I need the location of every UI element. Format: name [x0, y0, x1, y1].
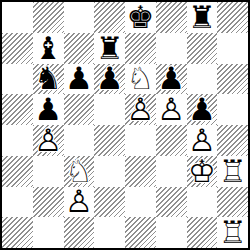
square-g8[interactable]: ♜ — [187, 2, 218, 33]
square-e4[interactable] — [125, 125, 156, 156]
square-a6[interactable] — [2, 64, 33, 95]
chess-diagram: ♚♜♝♜♞♟♟♞♘♟♟♟♙♟♙♟♟♙♟♙♞♘♚♔♜♖♟♙♜♖ — [0, 0, 250, 250]
square-h4[interactable] — [217, 125, 248, 156]
piece-white-pawn-e5: ♙ — [125, 94, 156, 125]
square-e3[interactable] — [125, 156, 156, 187]
square-g7[interactable] — [187, 33, 218, 64]
square-c4[interactable] — [64, 125, 95, 156]
piece-black-pawn-c6: ♟ — [64, 64, 95, 95]
square-a7[interactable] — [2, 33, 33, 64]
square-h7[interactable] — [217, 33, 248, 64]
square-d6[interactable]: ♟ — [94, 64, 125, 95]
square-d5[interactable] — [94, 94, 125, 125]
square-g5[interactable]: ♟ — [187, 94, 218, 125]
square-c3[interactable]: ♞♘ — [64, 156, 95, 187]
square-g3[interactable]: ♚♔ — [187, 156, 218, 187]
square-h5[interactable] — [217, 94, 248, 125]
square-d7[interactable]: ♜ — [94, 33, 125, 64]
piece-white-pawn-c2: ♙ — [64, 187, 95, 218]
square-b6[interactable]: ♞ — [33, 64, 64, 95]
square-a5[interactable] — [2, 94, 33, 125]
piece-black-knight-b6: ♞ — [33, 64, 64, 95]
chess-board: ♚♜♝♜♞♟♟♞♘♟♟♟♙♟♙♟♟♙♟♙♞♘♚♔♜♖♟♙♜♖ — [2, 2, 248, 248]
piece-white-pawn-g4: ♙ — [187, 125, 218, 156]
square-b3[interactable] — [33, 156, 64, 187]
square-f4[interactable] — [156, 125, 187, 156]
piece-white-rook-h1: ♖ — [217, 217, 248, 248]
piece-black-rook-d7: ♜ — [94, 33, 125, 64]
square-a4[interactable] — [2, 125, 33, 156]
square-c2[interactable]: ♟♙ — [64, 187, 95, 218]
piece-white-knight-c3: ♘ — [64, 156, 95, 187]
piece-white-knight-e6: ♘ — [125, 64, 156, 95]
square-f7[interactable] — [156, 33, 187, 64]
piece-white-pawn-b4-fill: ♟ — [33, 125, 64, 156]
square-d8[interactable] — [94, 2, 125, 33]
piece-white-king-g3: ♔ — [187, 156, 218, 187]
piece-black-rook-g8: ♜ — [187, 2, 218, 33]
piece-black-king-e8: ♚ — [125, 2, 156, 33]
square-b5[interactable]: ♟ — [33, 94, 64, 125]
square-b1[interactable] — [33, 217, 64, 248]
piece-black-pawn-b5: ♟ — [33, 94, 64, 125]
square-f1[interactable] — [156, 217, 187, 248]
square-f6[interactable]: ♟ — [156, 64, 187, 95]
square-h1[interactable]: ♜♖ — [217, 217, 248, 248]
square-d4[interactable] — [94, 125, 125, 156]
square-h8[interactable] — [217, 2, 248, 33]
square-g6[interactable] — [187, 64, 218, 95]
piece-black-pawn-g5: ♟ — [187, 94, 218, 125]
square-b8[interactable] — [33, 2, 64, 33]
piece-black-bishop-b7: ♝ — [33, 33, 64, 64]
piece-white-rook-h1-fill: ♜ — [217, 217, 248, 248]
piece-white-king-g3-fill: ♚ — [187, 156, 218, 187]
square-g1[interactable] — [187, 217, 218, 248]
square-h6[interactable] — [217, 64, 248, 95]
piece-white-rook-h3-fill: ♜ — [217, 156, 248, 187]
square-f5[interactable]: ♟♙ — [156, 94, 187, 125]
square-c1[interactable] — [64, 217, 95, 248]
piece-white-pawn-f5-fill: ♟ — [156, 94, 187, 125]
square-b4[interactable]: ♟♙ — [33, 125, 64, 156]
piece-white-pawn-c2-fill: ♟ — [64, 187, 95, 218]
square-e8[interactable]: ♚ — [125, 2, 156, 33]
square-a8[interactable] — [2, 2, 33, 33]
square-e6[interactable]: ♞♘ — [125, 64, 156, 95]
square-d2[interactable] — [94, 187, 125, 218]
square-g2[interactable] — [187, 187, 218, 218]
piece-white-pawn-f5: ♙ — [156, 94, 187, 125]
square-e5[interactable]: ♟♙ — [125, 94, 156, 125]
square-e1[interactable] — [125, 217, 156, 248]
square-c7[interactable] — [64, 33, 95, 64]
piece-white-knight-c3-fill: ♞ — [64, 156, 95, 187]
square-e2[interactable] — [125, 187, 156, 218]
square-a2[interactable] — [2, 187, 33, 218]
square-b2[interactable] — [33, 187, 64, 218]
square-h2[interactable] — [217, 187, 248, 218]
square-c8[interactable] — [64, 2, 95, 33]
square-b7[interactable]: ♝ — [33, 33, 64, 64]
piece-white-pawn-b4: ♙ — [33, 125, 64, 156]
square-h3[interactable]: ♜♖ — [217, 156, 248, 187]
square-f8[interactable] — [156, 2, 187, 33]
square-c5[interactable] — [64, 94, 95, 125]
piece-black-pawn-d6: ♟ — [94, 64, 125, 95]
square-a3[interactable] — [2, 156, 33, 187]
square-c6[interactable]: ♟ — [64, 64, 95, 95]
piece-white-rook-h3: ♖ — [217, 156, 248, 187]
square-a1[interactable] — [2, 217, 33, 248]
square-f3[interactable] — [156, 156, 187, 187]
square-e7[interactable] — [125, 33, 156, 64]
square-d1[interactable] — [94, 217, 125, 248]
piece-white-pawn-g4-fill: ♟ — [187, 125, 218, 156]
square-f2[interactable] — [156, 187, 187, 218]
piece-white-pawn-e5-fill: ♟ — [125, 94, 156, 125]
square-g4[interactable]: ♟♙ — [187, 125, 218, 156]
square-d3[interactable] — [94, 156, 125, 187]
piece-white-knight-e6-fill: ♞ — [125, 64, 156, 95]
piece-black-pawn-f6: ♟ — [156, 64, 187, 95]
